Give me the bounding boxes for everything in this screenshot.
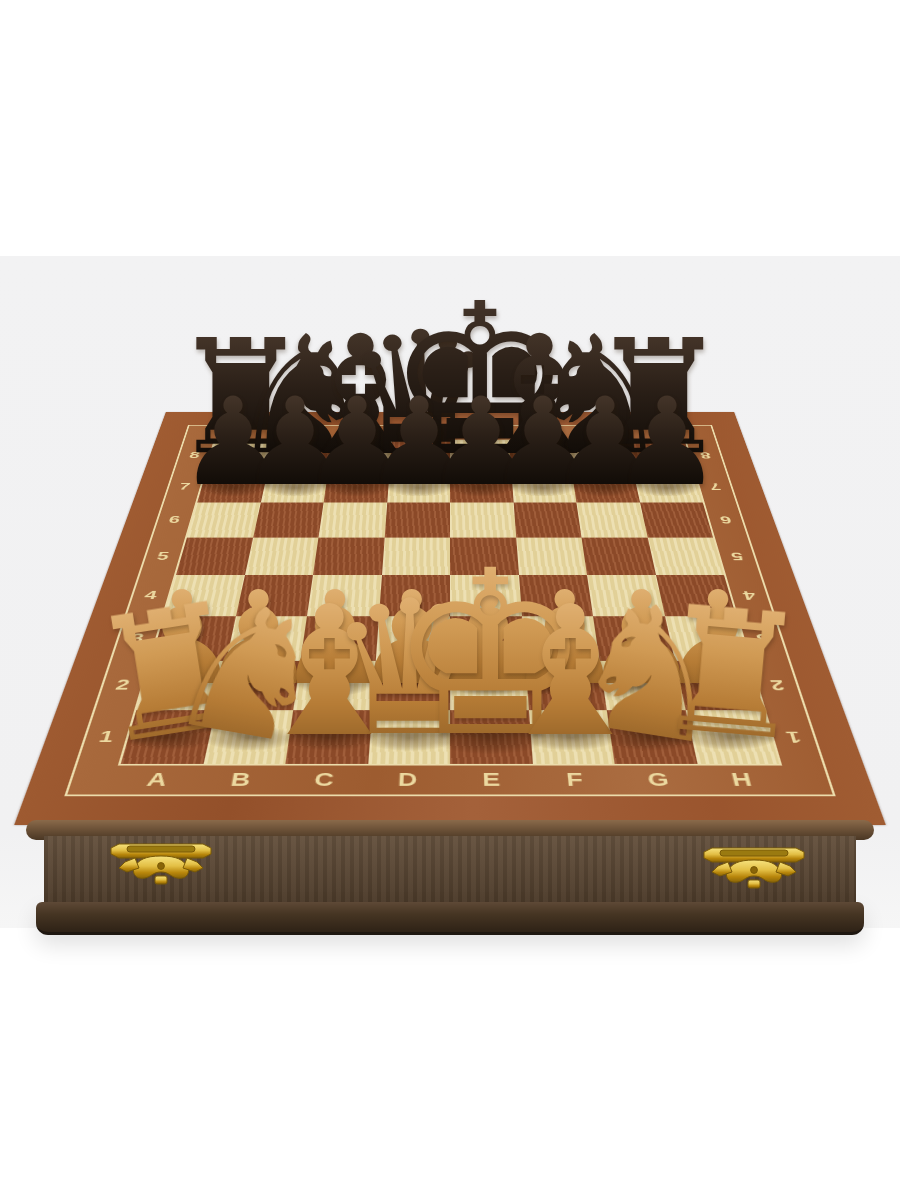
box-base-molding [36, 902, 864, 935]
brass-latch-right [698, 844, 810, 892]
chess-box-photo: ABCDEFGH1234567812345678 [0, 0, 900, 1200]
piece-black-pawn-h7[interactable]: ♟ [613, 382, 722, 503]
brass-latch-left [105, 840, 217, 888]
piece-white-rook-h1[interactable]: ♜ [647, 582, 816, 767]
